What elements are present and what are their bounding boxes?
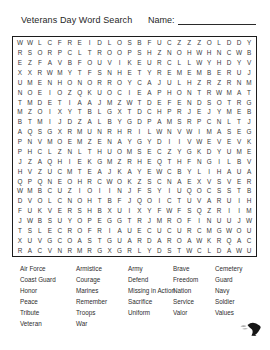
- name-blank-line: [178, 15, 256, 25]
- grid-cell-r22c8: R: [85, 245, 95, 255]
- grid-cell-r19c10: G: [105, 216, 115, 226]
- grid-cell-r5c7: N: [75, 77, 85, 87]
- grid-cell-r15c11: O: [115, 176, 125, 186]
- grid-cell-r3c4: A: [45, 58, 55, 68]
- grid-cell-r21c11: U: [115, 235, 125, 245]
- grid-cell-r11c9: E: [95, 137, 105, 147]
- grid-cell-r9c17: S: [174, 117, 184, 127]
- grid-cell-r10c6: R: [65, 127, 75, 137]
- grid-cell-r5c16: U: [164, 77, 174, 87]
- grid-cell-r12c23: M: [234, 146, 244, 156]
- grid-cell-r7c1: T: [15, 97, 25, 107]
- grid-cell-r11c18: V: [184, 137, 194, 147]
- grid-cell-r6c1: N: [15, 87, 25, 97]
- word-item: Veteran: [20, 318, 56, 329]
- grid-cell-r16c1: W: [15, 186, 25, 196]
- grid-cell-r22c15: D: [154, 245, 164, 255]
- grid-cell-r10c11: H: [115, 127, 125, 137]
- word-item: Remember: [76, 296, 107, 307]
- grid-cell-r6c13: E: [134, 87, 144, 97]
- grid-cell-r22c9: G: [95, 245, 105, 255]
- grid-cell-r4c12: E: [125, 68, 135, 78]
- grid-cell-r6c21: W: [214, 87, 224, 97]
- grid-cell-r4c2: X: [25, 68, 35, 78]
- grid-cell-r3c15: R: [154, 58, 164, 68]
- grid-cell-r12c3: C: [35, 146, 45, 156]
- grid-cell-r12c11: O: [115, 146, 125, 156]
- grid-cell-r9c4: I: [45, 117, 55, 127]
- grid-cell-r12c5: Z: [55, 146, 65, 156]
- grid-cell-r19c18: F: [184, 216, 194, 226]
- grid-cell-r14c19: L: [194, 166, 204, 176]
- grid-cell-r20c14: C: [144, 225, 154, 235]
- grid-cell-r1c17: Z: [174, 38, 184, 48]
- grid-cell-r9c20: C: [204, 117, 214, 127]
- grid-cell-r9c18: R: [184, 117, 194, 127]
- grid-cell-r22c13: L: [134, 245, 144, 255]
- word-item: Cemetery: [215, 263, 242, 274]
- grid-cell-r4c14: Y: [144, 68, 154, 78]
- grid-cell-r1c8: I: [85, 38, 95, 48]
- grid-cell-r22c10: X: [105, 245, 115, 255]
- grid-cell-r4c24: J: [244, 68, 254, 78]
- grid-cell-r5c1: U: [15, 77, 25, 87]
- grid-cell-r2c24: B: [244, 48, 254, 58]
- grid-cell-r11c2: N: [25, 137, 35, 147]
- name-field: Name:: [148, 15, 256, 25]
- grid-cell-r6c11: C: [115, 87, 125, 97]
- grid-cell-r13c19: N: [194, 156, 204, 166]
- grid-cell-r2c6: C: [65, 48, 75, 58]
- grid-cell-r6c19: T: [194, 87, 204, 97]
- grid-cell-r12c22: U: [224, 146, 234, 156]
- grid-cell-r18c2: U: [25, 206, 35, 216]
- grid-cell-r12c10: U: [105, 146, 115, 156]
- grid-cell-r16c9: I: [95, 186, 105, 196]
- grid-cell-r12c2: H: [25, 146, 35, 156]
- grid-cell-r9c24: J: [244, 117, 254, 127]
- grid-cell-r21c7: A: [75, 235, 85, 245]
- grid-cell-r8c19: E: [194, 107, 204, 117]
- grid-cell-r10c21: A: [214, 127, 224, 137]
- grid-cell-r19c8: P: [85, 216, 95, 226]
- grid-cell-r15c18: E: [184, 176, 194, 186]
- grid-cell-r18c10: X: [105, 206, 115, 216]
- word-item: Defend: [128, 274, 175, 285]
- grid-cell-r22c16: S: [164, 245, 174, 255]
- grid-cell-r1c20: O: [204, 38, 214, 48]
- grid-cell-r12c15: C: [154, 146, 164, 156]
- grid-cell-r15c22: V: [224, 176, 234, 186]
- grid-cell-r11c11: A: [115, 137, 125, 147]
- grid-cell-r12c18: G: [184, 146, 194, 156]
- grid-cell-r6c3: E: [35, 87, 45, 97]
- grid-cell-r9c23: T: [234, 117, 244, 127]
- grid-cell-r4c9: S: [95, 68, 105, 78]
- grid-cell-r1c16: C: [164, 38, 174, 48]
- grid-cell-r4c11: H: [115, 68, 125, 78]
- grid-cell-r18c16: W: [164, 206, 174, 216]
- grid-cell-r11c21: V: [214, 137, 224, 147]
- grid-cell-r5c4: N: [45, 77, 55, 87]
- grid-cell-r11c12: Y: [125, 137, 135, 147]
- grid-cell-r8c22: M: [224, 107, 234, 117]
- grid-cell-r18c23: I: [234, 206, 244, 216]
- grid-cell-r22c24: U: [244, 245, 254, 255]
- grid-cell-r6c15: P: [154, 87, 164, 97]
- grid-cell-r21c9: T: [95, 235, 105, 245]
- grid-cell-r17c13: Q: [134, 196, 144, 206]
- grid-cell-r14c11: K: [115, 166, 125, 176]
- grid-cell-r8c4: I: [45, 107, 55, 117]
- grid-cell-r2c7: L: [75, 48, 85, 58]
- grid-cell-r16c13: F: [134, 186, 144, 196]
- grid-cell-r13c23: B: [234, 156, 244, 166]
- grid-cell-r22c19: C: [194, 245, 204, 255]
- grid-cell-r21c6: O: [65, 235, 75, 245]
- grid-cell-r16c18: Q: [184, 186, 194, 196]
- grid-cell-r8c17: R: [174, 107, 184, 117]
- grid-cell-r2c15: Z: [154, 48, 164, 58]
- grid-cell-r18c8: H: [85, 206, 95, 216]
- grid-cell-r3c21: H: [214, 58, 224, 68]
- grid-cell-r2c19: W: [194, 48, 204, 58]
- grid-cell-r1c11: O: [115, 38, 125, 48]
- grid-cell-r3c9: U: [95, 58, 105, 68]
- grid-cell-r4c23: U: [234, 68, 244, 78]
- grid-cell-r7c15: E: [154, 97, 164, 107]
- grid-cell-r8c18: J: [184, 107, 194, 117]
- grid-cell-r2c11: O: [115, 48, 125, 58]
- grid-cell-r4c21: E: [214, 68, 224, 78]
- grid-cell-r10c19: I: [194, 127, 204, 137]
- grid-cell-r20c2: S: [25, 225, 35, 235]
- grid-cell-r22c17: T: [174, 245, 184, 255]
- grid-cell-r13c11: Z: [115, 156, 125, 166]
- grid-cell-r14c20: I: [204, 166, 214, 176]
- grid-cell-r19c20: N: [204, 216, 214, 226]
- grid-cell-r18c15: F: [154, 206, 164, 216]
- grid-cell-r10c13: I: [134, 127, 144, 137]
- grid-cell-r5c14: A: [144, 77, 154, 87]
- name-label: Name:: [148, 15, 175, 25]
- grid-cell-r21c4: G: [45, 235, 55, 245]
- grid-cell-r3c20: Y: [204, 58, 214, 68]
- grid-cell-r4c5: M: [55, 68, 65, 78]
- grid-cell-r4c18: E: [184, 68, 194, 78]
- grid-cell-r3c14: U: [144, 58, 154, 68]
- grid-cell-r18c5: E: [55, 206, 65, 216]
- word-item: Soldier: [215, 296, 242, 307]
- grid-cell-r2c16: N: [164, 48, 174, 58]
- grid-cell-r13c3: A: [35, 156, 45, 166]
- grid-cell-r21c17: O: [174, 235, 184, 245]
- grid-cell-r18c9: B: [95, 206, 105, 216]
- grid-cell-r5c20: R: [204, 77, 214, 87]
- word-bank-column-2: ArmisticeCourageMarinesRememberTroopsWar: [76, 263, 107, 329]
- grid-cell-r10c20: M: [204, 127, 214, 137]
- grid-cell-r13c7: E: [75, 156, 85, 166]
- grid-cell-r2c14: H: [144, 48, 154, 58]
- word-bank-column-3: ArmyDefendMissing in ActionSacrificeUnif…: [128, 263, 175, 318]
- grid-cell-r14c7: T: [75, 166, 85, 176]
- grid-cell-r20c3: L: [35, 225, 45, 235]
- grid-cell-r21c10: G: [105, 235, 115, 245]
- grid-cell-r3c11: I: [115, 58, 125, 68]
- grid-cell-r11c4: M: [45, 137, 55, 147]
- letter-grid: WWLCFREIDLOSBFUCZZZOLDDYRSORPCLTROOPSHZN…: [15, 38, 254, 255]
- grid-cell-r16c20: C: [204, 186, 214, 196]
- grid-cell-r15c7: H: [75, 176, 85, 186]
- word-bank: Air ForceCoast GuardHonorPeaceTributeVet…: [0, 263, 270, 333]
- grid-cell-r16c21: S: [214, 186, 224, 196]
- grid-cell-r7c17: E: [174, 97, 184, 107]
- grid-cell-r14c21: H: [214, 166, 224, 176]
- grid-cell-r8c15: H: [154, 107, 164, 117]
- grid-cell-r1c6: R: [65, 38, 75, 48]
- grid-cell-r19c1: J: [15, 216, 25, 226]
- grid-cell-r14c23: U: [234, 166, 244, 176]
- grid-cell-r16c12: J: [125, 186, 135, 196]
- grid-cell-r10c1: A: [15, 127, 25, 137]
- grid-cell-r19c11: G: [115, 216, 125, 226]
- grid-cell-r3c5: V: [55, 58, 65, 68]
- grid-cell-r16c22: S: [224, 186, 234, 196]
- grid-cell-r11c17: I: [174, 137, 184, 147]
- word-item: Marines: [76, 285, 107, 296]
- grid-cell-r12c16: Z: [164, 146, 174, 156]
- grid-cell-r22c3: C: [35, 245, 45, 255]
- grid-cell-r14c15: W: [154, 166, 164, 176]
- grid-cell-r21c12: A: [125, 235, 135, 245]
- grid-cell-r14c16: C: [164, 166, 174, 176]
- grid-cell-r14c14: E: [144, 166, 154, 176]
- grid-cell-r11c8: Z: [85, 137, 95, 147]
- grid-cell-r15c5: E: [55, 176, 65, 186]
- grid-cell-r6c18: N: [184, 87, 194, 97]
- grid-cell-r15c20: V: [204, 176, 214, 186]
- grid-cell-r15c24: R: [244, 176, 254, 186]
- grid-cell-r17c1: D: [15, 196, 25, 206]
- grid-cell-r6c8: K: [85, 87, 95, 97]
- grid-cell-r20c18: R: [184, 225, 194, 235]
- word-item: Sacrifice: [128, 296, 175, 307]
- grid-cell-r16c5: U: [55, 186, 65, 196]
- word-item: Guard: [215, 274, 242, 285]
- grid-cell-r9c12: G: [125, 117, 135, 127]
- grid-cell-r13c15: Q: [154, 156, 164, 166]
- grid-cell-r5c17: L: [174, 77, 184, 87]
- grid-cell-r20c9: R: [95, 225, 105, 235]
- grid-cell-r17c3: O: [35, 196, 45, 206]
- word-item: Honor: [20, 285, 56, 296]
- grid-cell-r17c6: N: [65, 196, 75, 206]
- grid-cell-r19c22: U: [224, 216, 234, 226]
- grid-cell-r11c1: P: [15, 137, 25, 147]
- grid-cell-r15c6: O: [65, 176, 75, 186]
- grid-cell-r12c1: P: [15, 146, 25, 156]
- grid-cell-r16c6: Z: [65, 186, 75, 196]
- grid-cell-r22c7: M: [75, 245, 85, 255]
- grid-cell-r5c21: Z: [214, 77, 224, 87]
- grid-cell-r1c21: L: [214, 38, 224, 48]
- grid-cell-r2c20: H: [204, 48, 214, 58]
- grid-cell-r10c16: N: [164, 127, 174, 137]
- grid-cell-r1c18: Z: [184, 38, 194, 48]
- grid-cell-r18c18: S: [184, 206, 194, 216]
- grid-cell-r13c18: F: [184, 156, 194, 166]
- grid-cell-r3c13: E: [134, 58, 144, 68]
- grid-cell-r1c12: S: [125, 38, 135, 48]
- word-item: Missing in Action: [128, 285, 175, 296]
- grid-cell-r8c16: P: [164, 107, 174, 117]
- grid-cell-r9c6: D: [65, 117, 75, 127]
- grid-cell-r2c22: C: [224, 48, 234, 58]
- grid-cell-r7c13: T: [134, 97, 144, 107]
- grid-cell-r3c6: B: [65, 58, 75, 68]
- grid-cell-r2c12: P: [125, 48, 135, 58]
- grid-cell-r1c3: L: [35, 38, 45, 48]
- grid-cell-r18c24: M: [244, 206, 254, 216]
- grid-cell-r16c17: U: [174, 186, 184, 196]
- grid-cell-r12c21: Y: [214, 146, 224, 156]
- grid-cell-r13c10: M: [105, 156, 115, 166]
- grid-cell-r6c5: O: [55, 87, 65, 97]
- grid-cell-r15c13: Z: [134, 176, 144, 186]
- word-item: Valor: [173, 307, 198, 318]
- word-item: Tribute: [20, 307, 56, 318]
- grid-cell-r12c13: S: [134, 146, 144, 156]
- grid-cell-r8c20: J: [204, 107, 214, 117]
- grid-cell-r17c23: I: [234, 196, 244, 206]
- grid-cell-r19c3: B: [35, 216, 45, 226]
- grid-cell-r11c14: Y: [144, 137, 154, 147]
- word-item: Values: [215, 307, 242, 318]
- grid-cell-r22c23: W: [234, 245, 244, 255]
- grid-cell-r3c22: D: [224, 58, 234, 68]
- word-item: Navy: [215, 285, 242, 296]
- grid-cell-r10c23: E: [234, 127, 244, 137]
- grid-cell-r4c17: M: [174, 68, 184, 78]
- grid-cell-r21c3: V: [35, 235, 45, 245]
- grid-cell-r18c6: R: [65, 206, 75, 216]
- grid-cell-r11c20: E: [204, 137, 214, 147]
- grid-cell-r12c20: D: [204, 146, 214, 156]
- word-item: Armistice: [76, 263, 107, 274]
- grid-cell-r6c24: T: [244, 87, 254, 97]
- grid-cell-r18c20: Z: [204, 206, 214, 216]
- grid-cell-r14c6: M: [65, 166, 75, 176]
- grid-cell-r2c13: S: [134, 48, 144, 58]
- grid-cell-r15c1: Q: [15, 176, 25, 186]
- grid-cell-r19c14: J: [144, 216, 154, 226]
- grid-cell-r10c4: G: [45, 127, 55, 137]
- grid-cell-r1c7: E: [75, 38, 85, 48]
- grid-cell-r9c22: L: [224, 117, 234, 127]
- grid-cell-r20c19: C: [194, 225, 204, 235]
- grid-cell-r5c18: H: [184, 77, 194, 87]
- grid-cell-r15c2: P: [25, 176, 35, 186]
- grid-cell-r21c23: A: [234, 235, 244, 245]
- grid-cell-r6c6: Z: [65, 87, 75, 97]
- grid-cell-r20c21: G: [214, 225, 224, 235]
- word-item: War: [76, 318, 107, 329]
- grid-cell-r4c10: N: [105, 68, 115, 78]
- word-item: Freedom: [173, 274, 198, 285]
- grid-cell-r2c4: R: [45, 48, 55, 58]
- grid-cell-r17c20: A: [204, 196, 214, 206]
- grid-cell-r16c19: O: [194, 186, 204, 196]
- grid-cell-r14c22: A: [224, 166, 234, 176]
- grid-cell-r12c17: Y: [174, 146, 184, 156]
- grid-cell-r5c13: C: [134, 77, 144, 87]
- grid-cell-r16c10: I: [105, 186, 115, 196]
- grid-cell-r1c24: Y: [244, 38, 254, 48]
- grid-cell-r16c8: O: [85, 186, 95, 196]
- grid-cell-r11c7: M: [75, 137, 85, 147]
- grid-cell-r22c4: V: [45, 245, 55, 255]
- word-item: Courage: [76, 274, 107, 285]
- grid-cell-r22c1: R: [15, 245, 25, 255]
- grid-cell-r3c7: F: [75, 58, 85, 68]
- grid-cell-r17c9: T: [95, 196, 105, 206]
- grid-cell-r13c1: J: [15, 156, 25, 166]
- grid-cell-r12c12: M: [125, 146, 135, 156]
- grid-cell-r19c19: I: [194, 216, 204, 226]
- word-item: Coast Guard: [20, 274, 56, 285]
- grid-cell-r21c8: S: [85, 235, 95, 245]
- grid-cell-r17c12: J: [125, 196, 135, 206]
- grid-cell-r1c4: C: [45, 38, 55, 48]
- grid-cell-r8c8: B: [85, 107, 95, 117]
- grid-cell-r5c9: R: [95, 77, 105, 87]
- grid-cell-r13c22: L: [224, 156, 234, 166]
- grid-cell-r19c12: T: [125, 216, 135, 226]
- grid-cell-r4c13: T: [134, 68, 144, 78]
- grid-cell-r16c7: I: [75, 186, 85, 196]
- grid-cell-r16c16: I: [164, 186, 174, 196]
- grid-cell-r13c20: G: [204, 156, 214, 166]
- grid-cell-r4c15: R: [154, 68, 164, 78]
- word-item: Service: [173, 296, 198, 307]
- grid-cell-r8c6: Y: [65, 107, 75, 117]
- grid-cell-r10c14: L: [144, 127, 154, 137]
- grid-cell-r9c3: M: [35, 117, 45, 127]
- grid-cell-r7c6: I: [65, 97, 75, 107]
- grid-cell-r2c8: T: [85, 48, 95, 58]
- grid-cell-r13c5: H: [55, 156, 65, 166]
- grid-cell-r18c19: Q: [194, 206, 204, 216]
- grid-cell-r19c7: O: [75, 216, 85, 226]
- grid-cell-r2c17: O: [174, 48, 184, 58]
- grid-cell-r18c3: K: [35, 206, 45, 216]
- grid-cell-r19c9: E: [95, 216, 105, 226]
- grid-cell-r7c3: D: [35, 97, 45, 107]
- grid-cell-r13c9: G: [95, 156, 105, 166]
- grid-cell-r2c23: W: [234, 48, 244, 58]
- grid-cell-r3c18: L: [184, 58, 194, 68]
- grid-cell-r5c23: N: [234, 77, 244, 87]
- grid-cell-r9c10: B: [105, 117, 115, 127]
- grid-cell-r18c14: Y: [144, 206, 154, 216]
- grid-cell-r8c5: X: [55, 107, 65, 117]
- grid-cell-r19c2: W: [25, 216, 35, 226]
- grid-cell-r2c3: O: [35, 48, 45, 58]
- grid-cell-r3c17: L: [174, 58, 184, 68]
- grid-cell-r13c6: I: [65, 156, 75, 166]
- grid-cell-r20c6: R: [65, 225, 75, 235]
- grid-cell-r14c8: E: [85, 166, 95, 176]
